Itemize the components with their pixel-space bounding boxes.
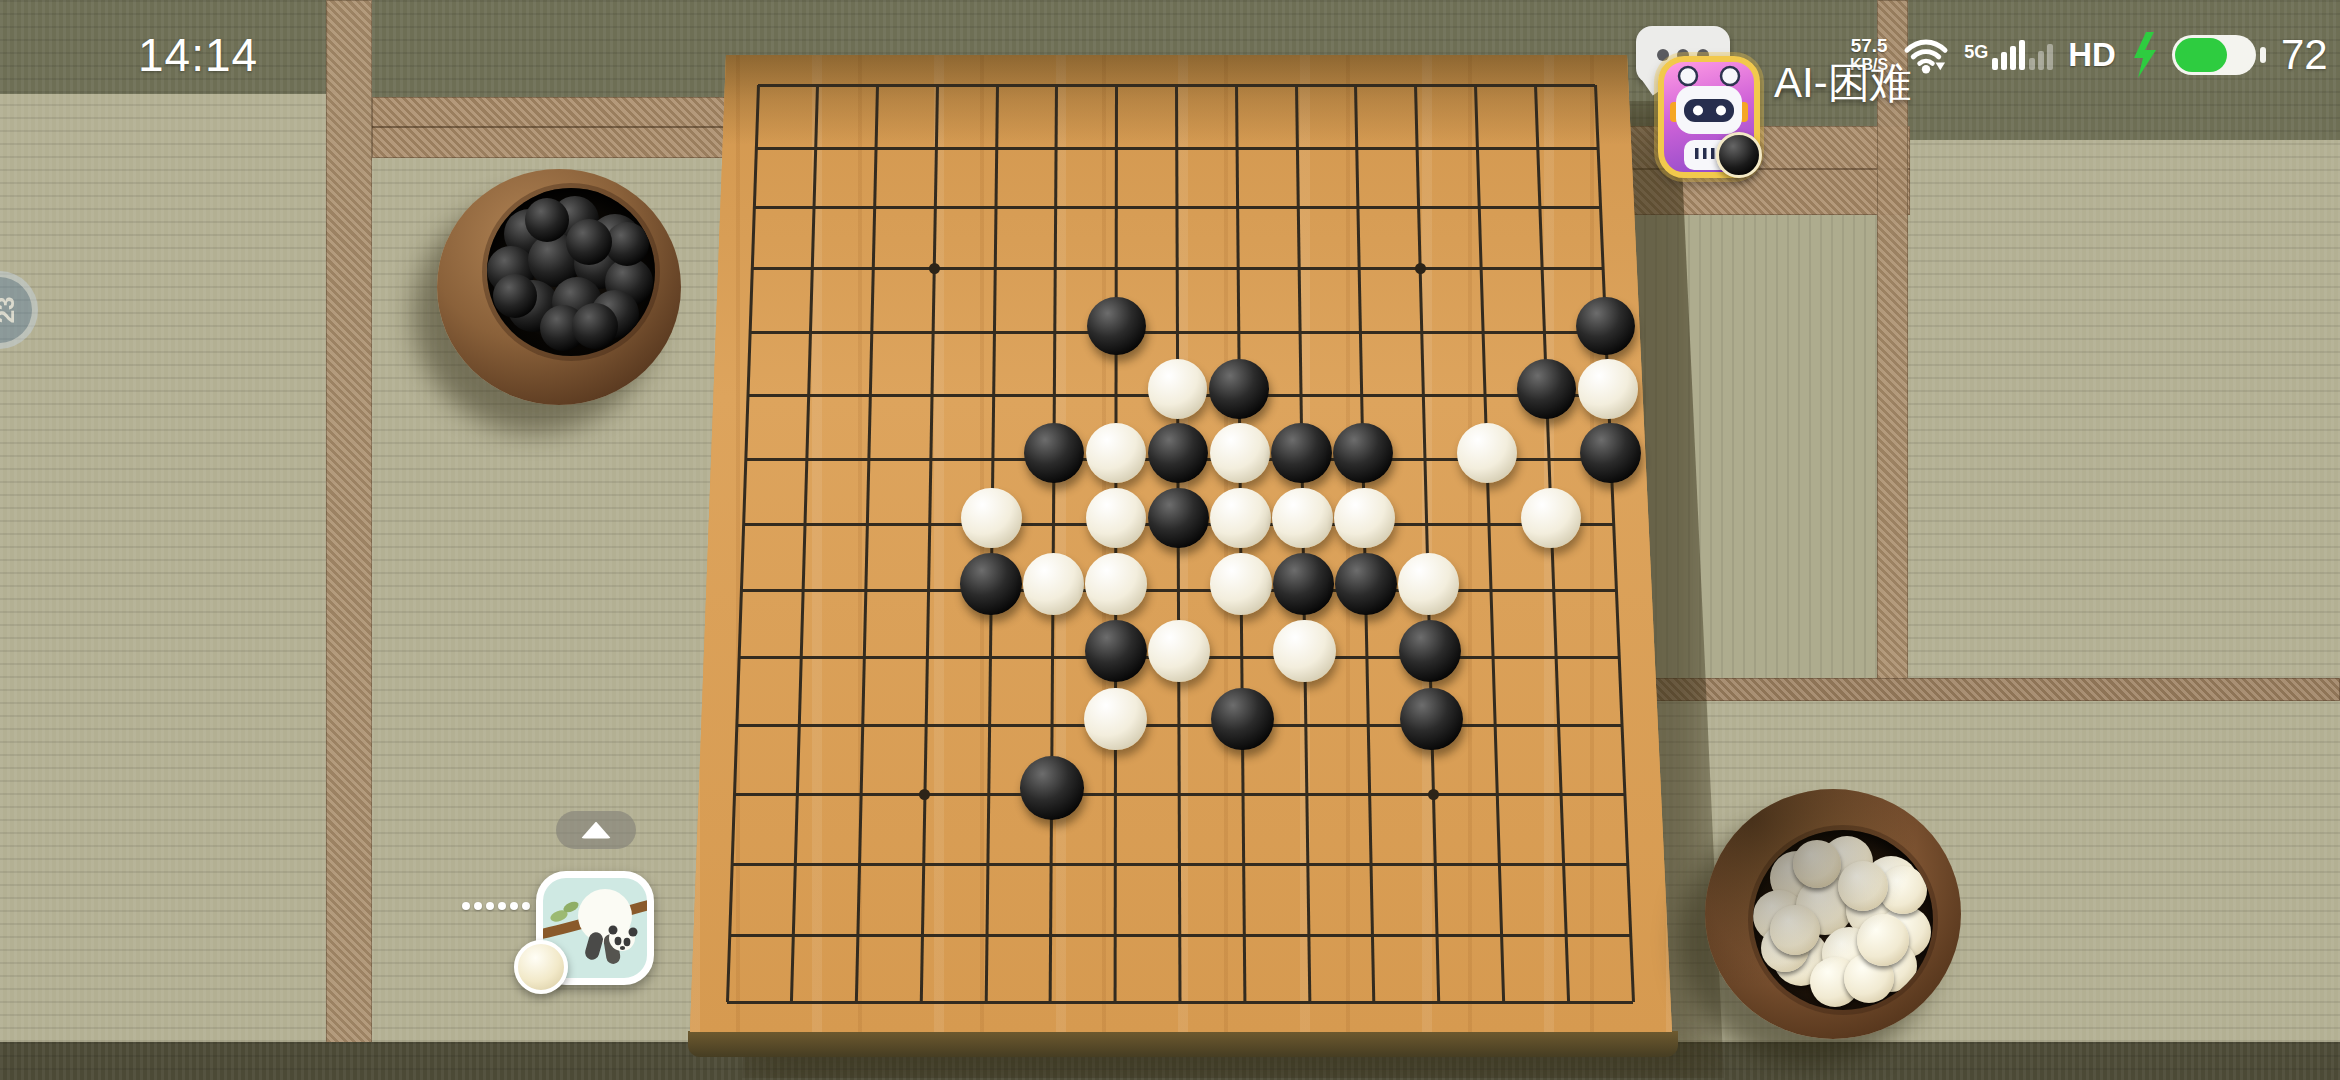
stone-white bbox=[1521, 488, 1582, 549]
black-bowl-stones bbox=[487, 188, 655, 356]
stone-white bbox=[1148, 620, 1210, 682]
stone-white bbox=[1086, 488, 1147, 549]
bowl-stone-white bbox=[1838, 861, 1888, 911]
stone-white bbox=[1398, 553, 1460, 615]
stone-black bbox=[1335, 553, 1397, 615]
stone-black bbox=[1580, 423, 1640, 483]
status-icons: 57.5 KB/S 5G HD 72 bbox=[1850, 26, 2328, 84]
up-arrow-icon bbox=[581, 822, 611, 839]
thinking-dot bbox=[510, 902, 518, 910]
bowl-stone-white bbox=[1822, 927, 1876, 981]
clock-time: 14:14 bbox=[138, 28, 258, 82]
bowl-stone-white bbox=[1810, 957, 1860, 1007]
stone-black bbox=[1148, 423, 1208, 483]
bowl-stone-white bbox=[1821, 836, 1873, 888]
bowl-stone-white bbox=[1863, 856, 1919, 912]
signal-bars-sim2 bbox=[2029, 44, 2053, 70]
stone-black bbox=[1400, 688, 1463, 751]
ai-difficulty-label: AI-困难 bbox=[1774, 56, 1912, 110]
thinking-dot bbox=[462, 902, 470, 910]
bowl-stone-white bbox=[1879, 866, 1927, 914]
star-point bbox=[919, 789, 930, 800]
stone-black bbox=[1271, 423, 1331, 483]
black-stone-bowl bbox=[437, 169, 681, 405]
thinking-dots bbox=[462, 902, 530, 910]
stone-black bbox=[1085, 620, 1147, 682]
stone-white bbox=[1148, 359, 1207, 418]
ai-black-stone-badge bbox=[1716, 132, 1762, 178]
game-screen: 14:14 57.5 KB/S 5G HD bbox=[0, 0, 2340, 1080]
bowl-stone-white bbox=[1879, 906, 1931, 958]
bowl-stone-white bbox=[1846, 883, 1900, 937]
stone-white bbox=[1086, 423, 1146, 483]
stone-black bbox=[960, 553, 1022, 615]
bowl-stone-white bbox=[1773, 930, 1829, 986]
stone-white bbox=[1210, 423, 1270, 483]
stone-white bbox=[1084, 688, 1147, 751]
player-white-stone-badge bbox=[514, 940, 568, 994]
stone-white bbox=[1457, 423, 1517, 483]
expand-pill-button[interactable] bbox=[556, 811, 636, 849]
thinking-dot bbox=[486, 902, 494, 910]
bowl-stone-white bbox=[1844, 953, 1894, 1003]
stone-white bbox=[1334, 488, 1395, 549]
bowl-stone-white bbox=[1770, 905, 1820, 955]
stone-black bbox=[1211, 688, 1274, 751]
star-point bbox=[1415, 263, 1426, 274]
board-grid-layer bbox=[0, 0, 2340, 1080]
battery-nub bbox=[2260, 47, 2266, 63]
thinking-dot bbox=[498, 902, 506, 910]
stone-white bbox=[1273, 620, 1335, 682]
stone-black bbox=[1576, 297, 1635, 356]
battery-icon bbox=[2172, 35, 2256, 75]
white-stone-bowl bbox=[1705, 789, 1961, 1039]
stone-black bbox=[1209, 359, 1268, 418]
bowl-stone-white bbox=[1796, 877, 1854, 935]
hd-indicator: HD bbox=[2068, 36, 2116, 74]
stone-black bbox=[1517, 359, 1576, 418]
stone-white bbox=[961, 488, 1022, 549]
white-bowl-stones bbox=[1753, 830, 1933, 1010]
stone-black bbox=[1333, 423, 1393, 483]
bowl-stone-white bbox=[1761, 924, 1809, 972]
battery-percent: 72 bbox=[2281, 31, 2328, 79]
stone-white bbox=[1085, 553, 1147, 615]
thinking-dot bbox=[522, 902, 530, 910]
stone-black bbox=[1273, 553, 1335, 615]
star-point bbox=[1428, 789, 1439, 800]
stone-white bbox=[1210, 553, 1272, 615]
bowl-stone-black bbox=[493, 274, 537, 318]
bowl-stone-black bbox=[566, 219, 612, 265]
stone-black bbox=[1399, 620, 1461, 682]
star-point bbox=[929, 263, 940, 274]
stone-black bbox=[1020, 756, 1084, 820]
stone-black bbox=[1148, 488, 1209, 549]
stone-black bbox=[1024, 423, 1084, 483]
bowl-stone-white bbox=[1865, 940, 1917, 992]
stone-black bbox=[1087, 297, 1146, 356]
bowl-stone-white bbox=[1770, 851, 1824, 905]
stone-white bbox=[1023, 553, 1085, 615]
bowl-stone-white bbox=[1793, 840, 1841, 888]
thinking-dot bbox=[474, 902, 482, 910]
bowl-stone-black bbox=[525, 198, 569, 242]
stone-white bbox=[1210, 488, 1271, 549]
bowl-stone-black bbox=[572, 303, 618, 349]
stone-white bbox=[1272, 488, 1333, 549]
stone-white bbox=[1578, 359, 1637, 418]
signal-bars: 5G bbox=[1964, 40, 2053, 70]
charging-bolt-icon bbox=[2131, 32, 2157, 78]
bowl-stone-white bbox=[1753, 890, 1805, 942]
network-type-label: 5G bbox=[1964, 42, 1988, 63]
bowl-stone-white bbox=[1857, 914, 1909, 966]
